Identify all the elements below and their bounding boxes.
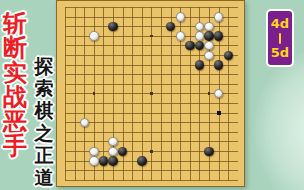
thumbnail-canvas: 斩断实战恶手 探索棋之正道 4d 5d (0, 0, 304, 190)
rank-badge-separator (279, 33, 282, 44)
rank-badge: 4d 5d (266, 9, 294, 67)
star-point (93, 92, 96, 95)
white-stone (89, 156, 98, 165)
banner-red-char-2: 实 (3, 61, 27, 85)
black-stone (195, 60, 204, 69)
white-stone (204, 51, 213, 60)
banner-red-char-3: 战 (3, 85, 27, 109)
title-banner-red-vertical: 斩断实战恶手 (0, 12, 30, 158)
black-stone (108, 156, 117, 165)
star-point (150, 150, 153, 153)
black-stone (214, 31, 223, 40)
white-stone (214, 12, 223, 21)
black-stone (204, 31, 213, 40)
black-stone (108, 22, 117, 31)
black-stone (214, 60, 223, 69)
white-stone (204, 22, 213, 31)
rank-badge-top: 4d (271, 17, 289, 31)
white-stone (195, 31, 204, 40)
black-stone (204, 147, 213, 156)
white-stone (204, 41, 213, 50)
banner-red-char-1: 断 (3, 36, 27, 60)
banner-sub-char-5: 道 (35, 166, 54, 188)
banner-sub-char-3: 之 (35, 122, 54, 144)
banner-sub-char-1: 索 (35, 77, 54, 99)
star-point (208, 92, 211, 95)
banner-red-char-0: 斩 (3, 12, 27, 36)
banner-sub-char-4: 正 (35, 144, 54, 166)
square-marker (217, 111, 221, 115)
rank-badge-bottom: 5d (271, 46, 289, 60)
white-stone (108, 137, 117, 146)
banner-red-char-5: 手 (3, 134, 27, 158)
black-stone (99, 156, 108, 165)
black-stone (137, 156, 146, 165)
star-point (150, 92, 153, 95)
go-board (56, 0, 245, 187)
banner-sub-char-2: 棋 (35, 99, 54, 121)
white-stone (80, 118, 89, 127)
black-stone (224, 51, 233, 60)
star-point (150, 35, 153, 38)
white-stone (176, 12, 185, 21)
black-stone (185, 41, 194, 50)
white-stone (108, 147, 117, 156)
banner-red-char-4: 恶 (3, 110, 27, 134)
banner-sub-char-0: 探 (35, 55, 54, 77)
white-stone (89, 147, 98, 156)
white-stone (176, 31, 185, 40)
white-stone (89, 31, 98, 40)
subtitle-banner-black-vertical: 探索棋之正道 (31, 55, 57, 188)
